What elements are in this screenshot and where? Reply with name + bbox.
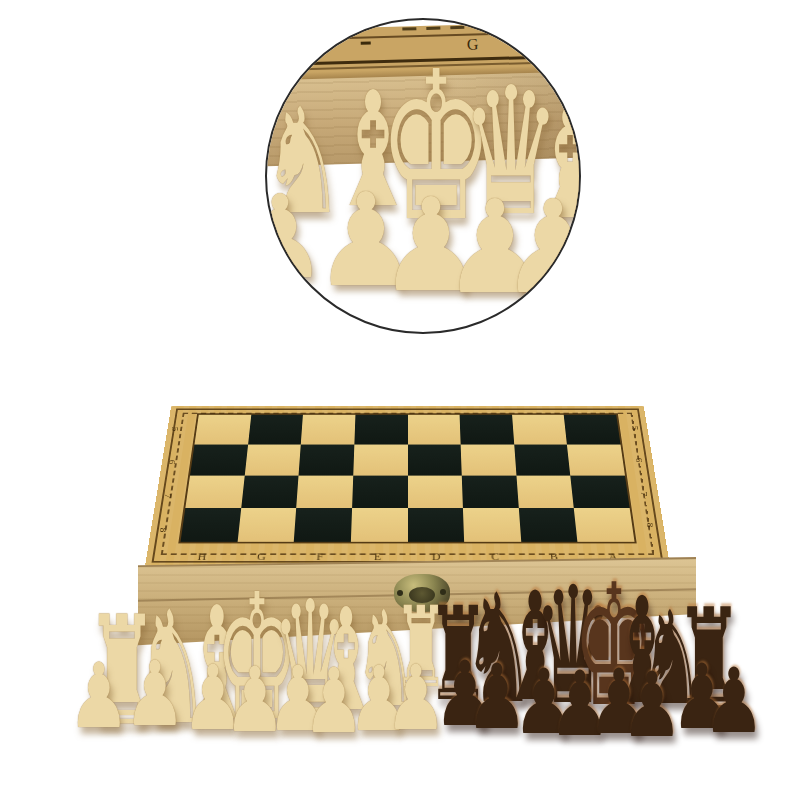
- light-pawn: ♟: [68, 652, 131, 742]
- board-top-face: HGFEDCBA: [145, 406, 670, 566]
- board-square: [241, 476, 299, 508]
- dark-pawn: ♟: [703, 657, 766, 747]
- board-square: [354, 415, 407, 445]
- rank-label: 8: [158, 528, 168, 533]
- board-square: [190, 445, 248, 476]
- rank-label: 7: [639, 492, 649, 497]
- board-square: [408, 415, 461, 445]
- inset-pawn: ♟: [500, 183, 581, 312]
- board-square: [512, 415, 567, 445]
- rank-label: 5: [630, 426, 640, 431]
- board-square: [299, 445, 354, 476]
- board-square: [296, 476, 353, 508]
- file-label: H: [197, 551, 207, 564]
- board-square: [248, 415, 303, 445]
- board-square: [571, 476, 630, 508]
- board-square: [408, 508, 465, 542]
- board-square: [519, 508, 578, 542]
- board-square: [294, 508, 352, 542]
- product-photo: G ♞♝♚♛♝♟♟♟♟♟ HGFEDCBA 56785678 ♜♞♝♚♛♝♞♜♜…: [0, 0, 800, 800]
- board-square: [574, 508, 634, 542]
- board-square: [461, 445, 516, 476]
- file-label: F: [316, 551, 323, 564]
- light-pawn: ♟: [124, 650, 187, 740]
- board-square: [462, 476, 519, 508]
- letter-fragment: [361, 41, 371, 44]
- file-label: E: [374, 551, 382, 564]
- rank-label: 6: [167, 460, 177, 465]
- rank-label: 5: [170, 427, 180, 432]
- rank-label: 7: [163, 494, 173, 499]
- board-square: [353, 445, 407, 476]
- board-square: [567, 445, 625, 476]
- board-square: [301, 415, 355, 445]
- rank-label: 8: [645, 523, 655, 528]
- rank-label: 6: [634, 458, 644, 463]
- board-square: [516, 476, 574, 508]
- board-square: [514, 445, 571, 476]
- zoom-inset-circle: G ♞♝♚♛♝♟♟♟♟♟: [265, 18, 581, 334]
- board-square: [463, 508, 521, 542]
- board-square: [244, 445, 301, 476]
- board-square: [194, 415, 250, 445]
- board-square: [180, 508, 240, 542]
- board-square: [352, 476, 408, 508]
- checkerboard: [178, 413, 636, 543]
- board-square: [564, 415, 620, 445]
- board-square: [408, 445, 462, 476]
- board-square: [185, 476, 244, 508]
- board-square: [408, 476, 464, 508]
- board-square: [460, 415, 514, 445]
- board-square: [237, 508, 296, 542]
- board-square: [351, 508, 408, 542]
